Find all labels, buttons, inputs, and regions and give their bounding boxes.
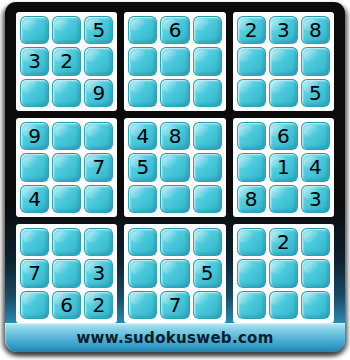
- given-digit: 8: [245, 189, 258, 209]
- cell-r3c3[interactable]: 9: [84, 79, 113, 107]
- given-digit: 6: [169, 20, 182, 40]
- cell-r8c8[interactable]: [269, 259, 298, 287]
- cell-r4c7[interactable]: [237, 122, 266, 150]
- cell-r7c9[interactable]: [301, 228, 330, 256]
- cell-r8c6[interactable]: 5: [193, 259, 222, 287]
- cell-r6c3[interactable]: [84, 185, 113, 213]
- cell-r3c4[interactable]: [128, 79, 157, 107]
- cell-r8c4[interactable]: [128, 259, 157, 287]
- cell-r7c3[interactable]: [84, 228, 113, 256]
- cell-r6c6[interactable]: [193, 185, 222, 213]
- cell-r5c6[interactable]: [193, 153, 222, 181]
- cell-r4c4[interactable]: 4: [128, 122, 157, 150]
- cell-r3c8[interactable]: [269, 79, 298, 107]
- cell-r5c5[interactable]: [160, 153, 189, 181]
- given-digit: 8: [309, 20, 322, 40]
- given-digit: 9: [92, 83, 105, 103]
- block-r3c2: 57: [124, 224, 225, 323]
- cell-r1c4[interactable]: [128, 16, 157, 44]
- cell-r4c6[interactable]: [193, 122, 222, 150]
- footer-bar: www.sudokusweb.com: [5, 323, 345, 352]
- given-digit: 4: [137, 126, 150, 146]
- given-digit: 7: [92, 157, 105, 177]
- cell-r1c2[interactable]: [52, 16, 81, 44]
- cell-r9c3[interactable]: 2: [84, 291, 113, 319]
- cell-r4c5[interactable]: 8: [160, 122, 189, 150]
- given-digit: 9: [28, 126, 41, 146]
- cell-r7c7[interactable]: [237, 228, 266, 256]
- cell-r7c8[interactable]: 2: [269, 228, 298, 256]
- cell-r5c7[interactable]: [237, 153, 266, 181]
- given-digit: 3: [92, 263, 105, 283]
- cell-r8c3[interactable]: 3: [84, 259, 113, 287]
- given-digit: 5: [201, 263, 214, 283]
- cell-r8c1[interactable]: 7: [20, 259, 49, 287]
- cell-r6c9[interactable]: 3: [301, 185, 330, 213]
- given-digit: 5: [309, 83, 322, 103]
- block-r3c1: 7362: [16, 224, 117, 323]
- cell-r3c5[interactable]: [160, 79, 189, 107]
- cell-r6c5[interactable]: [160, 185, 189, 213]
- cell-r5c3[interactable]: 7: [84, 153, 113, 181]
- sudoku-board: 532962385974485614837362572 www.sudokusw…: [5, 2, 345, 352]
- given-digit: 2: [245, 20, 258, 40]
- cell-r1c8[interactable]: 3: [269, 16, 298, 44]
- block-r1c2: 6: [124, 12, 225, 111]
- cell-r3c1[interactable]: [20, 79, 49, 107]
- cell-r4c1[interactable]: 9: [20, 122, 49, 150]
- cell-r1c9[interactable]: 8: [301, 16, 330, 44]
- given-digit: 7: [28, 263, 41, 283]
- block-r2c3: 61483: [233, 118, 334, 217]
- given-digit: 4: [309, 157, 322, 177]
- cell-r4c2[interactable]: [52, 122, 81, 150]
- given-digit: 5: [137, 157, 150, 177]
- given-digit: 3: [277, 20, 290, 40]
- cell-r2c2[interactable]: 2: [52, 47, 81, 75]
- cell-r5c4[interactable]: 5: [128, 153, 157, 181]
- cell-r4c8[interactable]: 6: [269, 122, 298, 150]
- cell-r3c2[interactable]: [52, 79, 81, 107]
- cell-r1c5[interactable]: 6: [160, 16, 189, 44]
- block-r1c1: 5329: [16, 12, 117, 111]
- given-digit: 1: [277, 157, 290, 177]
- cell-r8c5[interactable]: [160, 259, 189, 287]
- cell-r3c6[interactable]: [193, 79, 222, 107]
- given-digit: 6: [60, 295, 73, 315]
- cell-r9c7[interactable]: [237, 291, 266, 319]
- cell-r9c8[interactable]: [269, 291, 298, 319]
- given-digit: 4: [28, 189, 41, 209]
- cell-r2c4[interactable]: [128, 47, 157, 75]
- cell-r6c4[interactable]: [128, 185, 157, 213]
- cell-r7c1[interactable]: [20, 228, 49, 256]
- cell-r2c7[interactable]: [237, 47, 266, 75]
- cell-r2c1[interactable]: 3: [20, 47, 49, 75]
- given-digit: 8: [169, 126, 182, 146]
- cell-r7c5[interactable]: [160, 228, 189, 256]
- cell-r1c7[interactable]: 2: [237, 16, 266, 44]
- cell-r8c9[interactable]: [301, 259, 330, 287]
- sudoku-widget: 532962385974485614837362572 www.sudokusw…: [0, 0, 350, 360]
- given-digit: 7: [169, 295, 182, 315]
- cell-r1c3[interactable]: 5: [84, 16, 113, 44]
- given-digit: 5: [92, 20, 105, 40]
- cell-r9c2[interactable]: 6: [52, 291, 81, 319]
- cell-r3c7[interactable]: [237, 79, 266, 107]
- cell-r5c8[interactable]: 1: [269, 153, 298, 181]
- cell-r4c3[interactable]: [84, 122, 113, 150]
- block-r1c3: 2385: [233, 12, 334, 111]
- cell-r2c9[interactable]: [301, 47, 330, 75]
- cell-r5c2[interactable]: [52, 153, 81, 181]
- cell-r3c9[interactable]: 5: [301, 79, 330, 107]
- sudoku-grid: 532962385974485614837362572: [16, 12, 334, 323]
- cell-r8c7[interactable]: [237, 259, 266, 287]
- block-r2c1: 974: [16, 118, 117, 217]
- cell-r9c4[interactable]: [128, 291, 157, 319]
- cell-r7c6[interactable]: [193, 228, 222, 256]
- cell-r9c5[interactable]: 7: [160, 291, 189, 319]
- cell-r2c5[interactable]: [160, 47, 189, 75]
- cell-r7c2[interactable]: [52, 228, 81, 256]
- given-digit: 6: [277, 126, 290, 146]
- block-r3c3: 2: [233, 224, 334, 323]
- given-digit: 2: [277, 232, 290, 252]
- cell-r6c2[interactable]: [52, 185, 81, 213]
- cell-r9c9[interactable]: [301, 291, 330, 319]
- cell-r2c3[interactable]: [84, 47, 113, 75]
- cell-r9c1[interactable]: [20, 291, 49, 319]
- cell-r2c8[interactable]: [269, 47, 298, 75]
- cell-r9c6[interactable]: [193, 291, 222, 319]
- cell-r6c7[interactable]: 8: [237, 185, 266, 213]
- cell-r2c6[interactable]: [193, 47, 222, 75]
- cell-r5c9[interactable]: 4: [301, 153, 330, 181]
- block-r2c2: 485: [124, 118, 225, 217]
- cell-r4c9[interactable]: [301, 122, 330, 150]
- given-digit: 3: [309, 189, 322, 209]
- cell-r1c6[interactable]: [193, 16, 222, 44]
- cell-r6c1[interactable]: 4: [20, 185, 49, 213]
- cell-r1c1[interactable]: [20, 16, 49, 44]
- cell-r7c4[interactable]: [128, 228, 157, 256]
- cell-r5c1[interactable]: [20, 153, 49, 181]
- given-digit: 3: [28, 51, 41, 71]
- given-digit: 2: [60, 51, 73, 71]
- cell-r6c8[interactable]: [269, 185, 298, 213]
- website-link[interactable]: www.sudokusweb.com: [76, 329, 273, 347]
- cell-r8c2[interactable]: [52, 259, 81, 287]
- given-digit: 2: [92, 295, 105, 315]
